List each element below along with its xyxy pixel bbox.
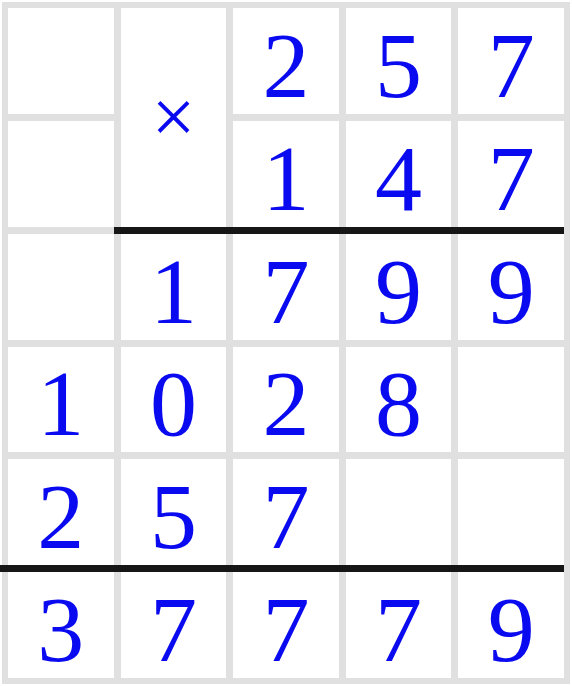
product-digit-cell: 9 [458, 572, 564, 678]
multiply-sign: × [121, 8, 227, 227]
multiplicand-digit-cell: 2 [233, 8, 339, 114]
multiplier-digit-cell: 4 [346, 121, 452, 227]
partial-product-3-digit-cell: 2 [8, 459, 114, 565]
empty-cell [8, 121, 114, 227]
partial-product-2-digit-cell: 8 [346, 347, 452, 453]
multiplier-digit-cell: 1 [233, 121, 339, 227]
multiplier-digit-cell: 7 [458, 121, 564, 227]
long-multiplication-worksheet: × 2 5 7 1 4 7 1 7 9 9 1 0 2 8 2 5 7 3 7 … [0, 0, 572, 686]
empty-cell [458, 459, 564, 565]
product-digit-cell: 7 [233, 572, 339, 678]
partial-product-3-digit-cell: 7 [233, 459, 339, 565]
rule-above-product [0, 565, 564, 572]
multiplication-grid: × 2 5 7 1 4 7 1 7 9 9 1 0 2 8 2 5 7 3 7 … [2, 2, 570, 684]
partial-product-1-digit-cell: 1 [121, 234, 227, 340]
product-digit-cell: 7 [346, 572, 452, 678]
empty-cell [346, 459, 452, 565]
empty-cell [8, 8, 114, 114]
multiplicand-digit-cell: 5 [346, 8, 452, 114]
empty-cell [8, 234, 114, 340]
partial-product-1-digit-cell: 9 [458, 234, 564, 340]
partial-product-3-digit-cell: 5 [121, 459, 227, 565]
rule-under-multiplier [114, 227, 564, 234]
partial-product-1-digit-cell: 7 [233, 234, 339, 340]
product-digit-cell: 7 [121, 572, 227, 678]
partial-product-2-digit-cell: 1 [8, 347, 114, 453]
product-digit-cell: 3 [8, 572, 114, 678]
multiplicand-digit-cell: 7 [458, 8, 564, 114]
empty-cell [458, 347, 564, 453]
partial-product-2-digit-cell: 2 [233, 347, 339, 453]
partial-product-2-digit-cell: 0 [121, 347, 227, 453]
partial-product-1-digit-cell: 9 [346, 234, 452, 340]
